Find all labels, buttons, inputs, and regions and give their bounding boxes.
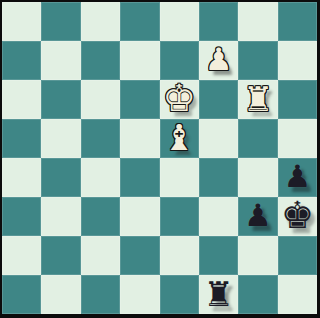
square-a2[interactable]	[2, 236, 41, 275]
square-d5[interactable]	[120, 119, 159, 158]
square-h4[interactable]: ♟	[278, 158, 317, 197]
square-g1[interactable]	[238, 275, 277, 314]
square-d7[interactable]	[120, 41, 159, 80]
square-d1[interactable]	[120, 275, 159, 314]
square-b3[interactable]	[41, 197, 80, 236]
square-a1[interactable]	[2, 275, 41, 314]
piece-white-rook[interactable]: ♜	[243, 82, 273, 116]
square-f7[interactable]: ♟	[199, 41, 238, 80]
square-a6[interactable]	[2, 80, 41, 119]
square-b1[interactable]	[41, 275, 80, 314]
square-g2[interactable]	[238, 236, 277, 275]
square-h7[interactable]	[278, 41, 317, 80]
square-f6[interactable]	[199, 80, 238, 119]
square-h5[interactable]	[278, 119, 317, 158]
piece-black-pawn[interactable]: ♟	[244, 200, 272, 231]
square-h3[interactable]: ♚	[278, 197, 317, 236]
square-c3[interactable]	[81, 197, 120, 236]
square-h2[interactable]	[278, 236, 317, 275]
square-b4[interactable]	[41, 158, 80, 197]
square-c4[interactable]	[81, 158, 120, 197]
square-g7[interactable]	[238, 41, 277, 80]
square-d2[interactable]	[120, 236, 159, 275]
piece-black-king[interactable]: ♚	[281, 197, 314, 234]
square-e5[interactable]: ♝	[160, 119, 199, 158]
square-f4[interactable]	[199, 158, 238, 197]
square-e4[interactable]	[160, 158, 199, 197]
piece-white-pawn[interactable]: ♟	[205, 44, 233, 75]
square-f8[interactable]	[199, 2, 238, 41]
piece-white-king[interactable]: ♚	[163, 80, 196, 117]
chess-diagram: ♟♚♜♝♟♟♚♜	[0, 0, 320, 318]
piece-white-bishop[interactable]: ♝	[163, 120, 195, 156]
square-c1[interactable]	[81, 275, 120, 314]
square-b8[interactable]	[41, 2, 80, 41]
square-f5[interactable]	[199, 119, 238, 158]
square-b5[interactable]	[41, 119, 80, 158]
square-e3[interactable]	[160, 197, 199, 236]
square-a7[interactable]	[2, 41, 41, 80]
square-a5[interactable]	[2, 119, 41, 158]
square-c5[interactable]	[81, 119, 120, 158]
square-g5[interactable]	[238, 119, 277, 158]
square-a8[interactable]	[2, 2, 41, 41]
square-e7[interactable]	[160, 41, 199, 80]
square-g3[interactable]: ♟	[238, 197, 277, 236]
square-d8[interactable]	[120, 2, 159, 41]
square-f1[interactable]: ♜	[199, 275, 238, 314]
square-f2[interactable]	[199, 236, 238, 275]
square-b2[interactable]	[41, 236, 80, 275]
square-c8[interactable]	[81, 2, 120, 41]
square-a3[interactable]	[2, 197, 41, 236]
square-e2[interactable]	[160, 236, 199, 275]
square-b7[interactable]	[41, 41, 80, 80]
square-c2[interactable]	[81, 236, 120, 275]
square-h6[interactable]	[278, 80, 317, 119]
square-f3[interactable]	[199, 197, 238, 236]
square-g6[interactable]: ♜	[238, 80, 277, 119]
square-h1[interactable]	[278, 275, 317, 314]
square-d3[interactable]	[120, 197, 159, 236]
square-g4[interactable]	[238, 158, 277, 197]
piece-black-pawn[interactable]: ♟	[283, 161, 311, 192]
square-b6[interactable]	[41, 80, 80, 119]
square-e6[interactable]: ♚	[160, 80, 199, 119]
chess-board: ♟♚♜♝♟♟♚♜	[2, 2, 317, 314]
square-g8[interactable]	[238, 2, 277, 41]
piece-black-rook[interactable]: ♜	[203, 277, 233, 311]
square-c6[interactable]	[81, 80, 120, 119]
square-d4[interactable]	[120, 158, 159, 197]
square-e1[interactable]	[160, 275, 199, 314]
square-e8[interactable]	[160, 2, 199, 41]
square-d6[interactable]	[120, 80, 159, 119]
square-a4[interactable]	[2, 158, 41, 197]
square-c7[interactable]	[81, 41, 120, 80]
square-h8[interactable]	[278, 2, 317, 41]
